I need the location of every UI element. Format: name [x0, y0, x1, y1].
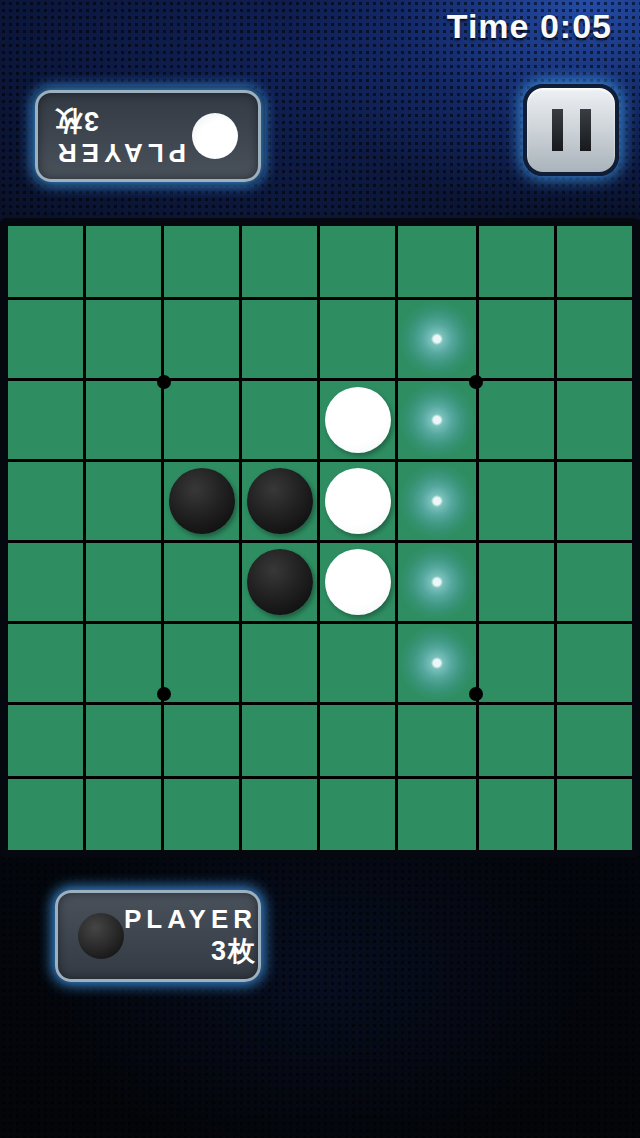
board-cell-e1[interactable]: [320, 226, 395, 297]
white-disc: [325, 468, 391, 534]
board-cell-c1[interactable]: [164, 226, 239, 297]
board-cell-g4[interactable]: [479, 462, 554, 540]
board-cell-d6[interactable]: [242, 624, 317, 702]
legal-move-hint[interactable]: [398, 381, 476, 459]
board-cell-b4[interactable]: [86, 462, 161, 540]
opponent-panel: PLAYER 3枚: [35, 90, 261, 182]
board-cell-c4[interactable]: [164, 462, 239, 540]
board-cell-f1[interactable]: [398, 226, 476, 297]
board-cell-f2[interactable]: [398, 300, 476, 378]
board-cell-e5[interactable]: [320, 543, 395, 621]
black-disc-icon: [78, 913, 124, 959]
board-cell-c7[interactable]: [164, 705, 239, 776]
board-cell-a1[interactable]: [8, 226, 83, 297]
board-cell-c2[interactable]: [164, 300, 239, 378]
board-cell-d2[interactable]: [242, 300, 317, 378]
board-cell-h6[interactable]: [557, 624, 632, 702]
legal-move-hint[interactable]: [398, 462, 476, 540]
board-cell-a7[interactable]: [8, 705, 83, 776]
board-cell-e3[interactable]: [320, 381, 395, 459]
legal-move-hint[interactable]: [398, 624, 476, 702]
board-cell-g3[interactable]: [479, 381, 554, 459]
othello-game-screen: Time 0:05 PLAYER 3枚 PLAYER 3枚: [0, 0, 640, 1138]
legal-move-hint[interactable]: [398, 300, 476, 378]
board-cell-b2[interactable]: [86, 300, 161, 378]
board-cell-d5[interactable]: [242, 543, 317, 621]
board-cell-c8[interactable]: [164, 779, 239, 850]
black-disc: [247, 468, 313, 534]
board-cell-h3[interactable]: [557, 381, 632, 459]
board-cell-f6[interactable]: [398, 624, 476, 702]
board-cell-g1[interactable]: [479, 226, 554, 297]
board-cell-f3[interactable]: [398, 381, 476, 459]
board-cell-d1[interactable]: [242, 226, 317, 297]
black-disc: [247, 549, 313, 615]
board-cell-g8[interactable]: [479, 779, 554, 850]
board-cell-a8[interactable]: [8, 779, 83, 850]
board-cell-e6[interactable]: [320, 624, 395, 702]
player-name: PLAYER: [124, 904, 257, 935]
board-cell-f7[interactable]: [398, 705, 476, 776]
black-disc: [169, 468, 235, 534]
player-panel: PLAYER 3枚: [55, 890, 261, 982]
white-disc: [325, 387, 391, 453]
board-cell-e4[interactable]: [320, 462, 395, 540]
board-cell-h7[interactable]: [557, 705, 632, 776]
white-disc: [325, 549, 391, 615]
board-cell-h4[interactable]: [557, 462, 632, 540]
player-disc-count: 3枚: [124, 935, 257, 967]
board-cell-a2[interactable]: [8, 300, 83, 378]
board-cell-h2[interactable]: [557, 300, 632, 378]
board-cell-b8[interactable]: [86, 779, 161, 850]
board-cell-a4[interactable]: [8, 462, 83, 540]
board-cell-c6[interactable]: [164, 624, 239, 702]
board-cell-e8[interactable]: [320, 779, 395, 850]
board-cell-d7[interactable]: [242, 705, 317, 776]
player-panel-text: PLAYER 3枚: [124, 904, 272, 968]
board-cell-a3[interactable]: [8, 381, 83, 459]
board-cell-g6[interactable]: [479, 624, 554, 702]
pause-button[interactable]: [523, 84, 619, 176]
board-cell-h1[interactable]: [557, 226, 632, 297]
board-cell-b7[interactable]: [86, 705, 161, 776]
board-cell-a5[interactable]: [8, 543, 83, 621]
board-cell-d4[interactable]: [242, 462, 317, 540]
board-cell-a6[interactable]: [8, 624, 83, 702]
white-disc-icon: [192, 113, 238, 159]
board-cell-f5[interactable]: [398, 543, 476, 621]
board-grid: [8, 226, 632, 850]
time-display: Time 0:05: [447, 7, 612, 46]
legal-move-hint[interactable]: [398, 543, 476, 621]
board-cell-d8[interactable]: [242, 779, 317, 850]
board-cell-c5[interactable]: [164, 543, 239, 621]
board-cell-g2[interactable]: [479, 300, 554, 378]
board-cell-d3[interactable]: [242, 381, 317, 459]
board-cell-h5[interactable]: [557, 543, 632, 621]
board-cell-b5[interactable]: [86, 543, 161, 621]
opponent-panel-text: PLAYER 3枚: [38, 104, 192, 168]
opponent-disc-count: 3枚: [53, 104, 192, 136]
opponent-name: PLAYER: [53, 137, 192, 168]
board-cell-c3[interactable]: [164, 381, 239, 459]
board-cell-b3[interactable]: [86, 381, 161, 459]
board-cell-f8[interactable]: [398, 779, 476, 850]
board-cell-e2[interactable]: [320, 300, 395, 378]
board-cell-b6[interactable]: [86, 624, 161, 702]
othello-board: [0, 218, 640, 858]
pause-icon: [580, 109, 591, 151]
board-cell-g5[interactable]: [479, 543, 554, 621]
pause-icon: [552, 109, 563, 151]
board-cell-e7[interactable]: [320, 705, 395, 776]
board-cell-b1[interactable]: [86, 226, 161, 297]
board-cell-g7[interactable]: [479, 705, 554, 776]
board-cell-h8[interactable]: [557, 779, 632, 850]
board-cell-f4[interactable]: [398, 462, 476, 540]
